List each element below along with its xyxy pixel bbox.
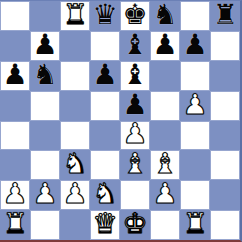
piece-black-rook[interactable]: ♜ bbox=[212, 1, 237, 29]
square-h5[interactable] bbox=[210, 91, 240, 121]
square-g8[interactable] bbox=[180, 1, 210, 31]
square-e8[interactable]: ♚ bbox=[120, 1, 150, 31]
square-h4[interactable] bbox=[210, 121, 240, 151]
square-e6[interactable]: ♝ bbox=[120, 61, 150, 91]
square-f7[interactable]: ♟ bbox=[150, 31, 180, 61]
square-b3[interactable] bbox=[30, 150, 60, 180]
square-f6[interactable] bbox=[150, 61, 180, 91]
square-g7[interactable]: ♟ bbox=[180, 31, 210, 61]
square-c5[interactable] bbox=[60, 91, 90, 121]
square-a5[interactable] bbox=[0, 91, 30, 121]
piece-white-pawn[interactable]: ♟ bbox=[122, 120, 147, 148]
square-e5[interactable]: ♟ bbox=[120, 91, 150, 121]
piece-black-pawn[interactable]: ♟ bbox=[122, 91, 147, 119]
square-g4[interactable] bbox=[180, 121, 210, 151]
square-b8[interactable] bbox=[30, 1, 60, 31]
piece-black-queen[interactable]: ♛ bbox=[92, 1, 117, 29]
piece-white-knight[interactable]: ♞ bbox=[62, 150, 87, 178]
square-a1[interactable]: ♜ bbox=[0, 210, 30, 240]
piece-black-bishop[interactable]: ♝ bbox=[122, 61, 147, 89]
piece-white-pawn[interactable]: ♟ bbox=[62, 180, 87, 208]
square-b4[interactable] bbox=[30, 121, 60, 151]
piece-white-bishop[interactable]: ♝ bbox=[152, 150, 177, 178]
piece-white-queen[interactable]: ♛ bbox=[92, 210, 117, 238]
square-h3[interactable] bbox=[210, 150, 240, 180]
square-a4[interactable] bbox=[0, 121, 30, 151]
square-f4[interactable] bbox=[150, 121, 180, 151]
square-b2[interactable]: ♟ bbox=[30, 180, 60, 210]
square-c8[interactable]: ♜ bbox=[60, 1, 90, 31]
square-e2[interactable] bbox=[120, 180, 150, 210]
square-d8[interactable]: ♛ bbox=[90, 1, 120, 31]
square-g6[interactable] bbox=[180, 61, 210, 91]
square-f2[interactable]: ♟ bbox=[150, 180, 180, 210]
square-d7[interactable] bbox=[90, 31, 120, 61]
piece-white-king[interactable]: ♚ bbox=[122, 210, 147, 238]
piece-black-pawn[interactable]: ♟ bbox=[32, 31, 57, 59]
piece-black-bishop[interactable]: ♝ bbox=[122, 31, 147, 59]
piece-white-knight[interactable]: ♞ bbox=[92, 180, 117, 208]
square-e4[interactable]: ♟ bbox=[120, 121, 150, 151]
piece-black-knight[interactable]: ♞ bbox=[152, 1, 177, 29]
square-b6[interactable]: ♞ bbox=[30, 61, 60, 91]
square-c7[interactable] bbox=[60, 31, 90, 61]
square-h8[interactable]: ♜ bbox=[210, 1, 240, 31]
piece-black-pawn[interactable]: ♟ bbox=[92, 61, 117, 89]
square-a7[interactable] bbox=[0, 31, 30, 61]
square-d6[interactable]: ♟ bbox=[90, 61, 120, 91]
piece-white-rook[interactable]: ♜ bbox=[2, 210, 27, 238]
square-e7[interactable]: ♝ bbox=[120, 31, 150, 61]
square-a6[interactable]: ♟ bbox=[0, 61, 30, 91]
piece-black-knight[interactable]: ♞ bbox=[32, 61, 57, 89]
piece-white-rook[interactable]: ♜ bbox=[182, 210, 207, 238]
square-c1[interactable] bbox=[60, 210, 90, 240]
square-c2[interactable]: ♟ bbox=[60, 180, 90, 210]
square-c6[interactable] bbox=[60, 61, 90, 91]
piece-white-rook[interactable]: ♜ bbox=[62, 1, 87, 29]
piece-black-pawn[interactable]: ♟ bbox=[182, 31, 207, 59]
square-a8[interactable] bbox=[0, 1, 30, 31]
square-a3[interactable] bbox=[0, 150, 30, 180]
square-h1[interactable] bbox=[210, 210, 240, 240]
square-g3[interactable] bbox=[180, 150, 210, 180]
square-b7[interactable]: ♟ bbox=[30, 31, 60, 61]
square-d5[interactable] bbox=[90, 91, 120, 121]
square-e3[interactable]: ♝ bbox=[120, 150, 150, 180]
square-h7[interactable] bbox=[210, 31, 240, 61]
square-e1[interactable]: ♚ bbox=[120, 210, 150, 240]
square-d2[interactable]: ♞ bbox=[90, 180, 120, 210]
square-g1[interactable]: ♜ bbox=[180, 210, 210, 240]
square-f5[interactable] bbox=[150, 91, 180, 121]
piece-white-pawn[interactable]: ♟ bbox=[182, 91, 207, 119]
piece-black-pawn[interactable]: ♟ bbox=[2, 61, 27, 89]
piece-white-bishop[interactable]: ♝ bbox=[122, 150, 147, 178]
piece-black-king[interactable]: ♚ bbox=[122, 1, 147, 29]
square-h2[interactable] bbox=[210, 180, 240, 210]
chess-board: ♜♛♚♞♜♟♝♟♟♟♞♟♝♟♟♟♞♝♝♟♟♟♞♟♜♛♚♜ bbox=[0, 0, 242, 242]
square-c4[interactable] bbox=[60, 121, 90, 151]
square-g2[interactable] bbox=[180, 180, 210, 210]
square-f3[interactable]: ♝ bbox=[150, 150, 180, 180]
square-h6[interactable] bbox=[210, 61, 240, 91]
square-a2[interactable]: ♟ bbox=[0, 180, 30, 210]
square-d1[interactable]: ♛ bbox=[90, 210, 120, 240]
piece-white-pawn[interactable]: ♟ bbox=[152, 180, 177, 208]
square-g5[interactable]: ♟ bbox=[180, 91, 210, 121]
square-d3[interactable] bbox=[90, 150, 120, 180]
piece-white-pawn[interactable]: ♟ bbox=[32, 180, 57, 208]
square-c3[interactable]: ♞ bbox=[60, 150, 90, 180]
square-f8[interactable]: ♞ bbox=[150, 1, 180, 31]
square-d4[interactable] bbox=[90, 121, 120, 151]
square-b1[interactable] bbox=[30, 210, 60, 240]
piece-white-pawn[interactable]: ♟ bbox=[2, 180, 27, 208]
piece-black-pawn[interactable]: ♟ bbox=[152, 31, 177, 59]
square-f1[interactable] bbox=[150, 210, 180, 240]
square-b5[interactable] bbox=[30, 91, 60, 121]
